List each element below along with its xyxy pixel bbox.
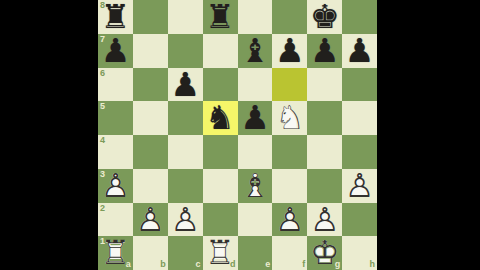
piece-glyph-outline: ♙ <box>272 203 307 237</box>
rank-label: 6 <box>100 69 105 78</box>
piece-black-knight[interactable]: ♞ <box>205 101 235 135</box>
piece-glyph-outline: ♙ <box>168 203 203 237</box>
piece-glyph-outline: ♖ <box>203 236 238 270</box>
letterbox-left <box>0 0 98 270</box>
piece-white-pawn[interactable]: ♟♙ <box>133 203 168 237</box>
file-label: b <box>160 260 166 269</box>
square-a8[interactable]: 8♜ <box>98 0 133 34</box>
piece-glyph-outline: ♙ <box>342 169 377 203</box>
square-a4[interactable]: 4 <box>98 135 133 169</box>
square-f4[interactable] <box>272 135 307 169</box>
rank-label: 7 <box>100 35 105 44</box>
square-e4[interactable] <box>238 135 273 169</box>
piece-black-pawn[interactable]: ♟ <box>275 34 305 68</box>
piece-glyph-outline: ♙ <box>133 203 168 237</box>
square-g6[interactable] <box>307 68 342 102</box>
square-b6[interactable] <box>133 68 168 102</box>
square-g1[interactable]: g♚♔ <box>307 236 342 270</box>
piece-black-rook[interactable]: ♜ <box>101 0 131 34</box>
square-a5[interactable]: 5 <box>98 101 133 135</box>
square-h3[interactable]: ♟♙ <box>342 169 377 203</box>
square-h2[interactable] <box>342 203 377 237</box>
square-e8[interactable] <box>238 0 273 34</box>
file-label: c <box>196 260 201 269</box>
square-e7[interactable]: ♝ <box>238 34 273 68</box>
piece-white-bishop[interactable]: ♝♗ <box>238 169 273 203</box>
square-h8[interactable] <box>342 0 377 34</box>
square-g2[interactable]: ♟♙ <box>307 203 342 237</box>
piece-white-pawn[interactable]: ♟♙ <box>98 169 133 203</box>
rank-label: 2 <box>100 204 105 213</box>
square-f8[interactable] <box>272 0 307 34</box>
square-c1[interactable]: c <box>168 236 203 270</box>
piece-glyph-outline: ♗ <box>238 169 273 203</box>
square-c6[interactable]: ♟ <box>168 68 203 102</box>
square-h6[interactable] <box>342 68 377 102</box>
square-a7[interactable]: 7♟ <box>98 34 133 68</box>
square-h1[interactable]: h <box>342 236 377 270</box>
square-c5[interactable] <box>168 101 203 135</box>
square-c3[interactable] <box>168 169 203 203</box>
square-c8[interactable] <box>168 0 203 34</box>
square-b7[interactable] <box>133 34 168 68</box>
square-f2[interactable]: ♟♙ <box>272 203 307 237</box>
chess-board: 8♜♜♚7♟♝♟♟♟6♟5♞♟♞♘43♟♙♝♗♟♙2♟♙♟♙♟♙♟♙1a♜♖bc… <box>98 0 377 270</box>
piece-black-bishop[interactable]: ♝ <box>240 34 270 68</box>
square-d8[interactable]: ♜ <box>203 0 238 34</box>
square-b5[interactable] <box>133 101 168 135</box>
square-h7[interactable]: ♟ <box>342 34 377 68</box>
piece-white-rook[interactable]: ♜♖ <box>98 236 133 270</box>
piece-black-pawn[interactable]: ♟ <box>240 101 270 135</box>
square-d7[interactable] <box>203 34 238 68</box>
square-g5[interactable] <box>307 101 342 135</box>
square-g4[interactable] <box>307 135 342 169</box>
square-d2[interactable] <box>203 203 238 237</box>
square-h4[interactable] <box>342 135 377 169</box>
rank-label: 5 <box>100 102 105 111</box>
file-label: f <box>302 260 305 269</box>
piece-white-knight[interactable]: ♞♘ <box>272 101 307 135</box>
square-a3[interactable]: 3♟♙ <box>98 169 133 203</box>
square-d6[interactable] <box>203 68 238 102</box>
square-f5[interactable]: ♞♘ <box>272 101 307 135</box>
square-e2[interactable] <box>238 203 273 237</box>
square-d5[interactable]: ♞ <box>203 101 238 135</box>
piece-white-pawn[interactable]: ♟♙ <box>342 169 377 203</box>
square-b4[interactable] <box>133 135 168 169</box>
piece-glyph-outline: ♙ <box>98 169 133 203</box>
square-g8[interactable]: ♚ <box>307 0 342 34</box>
square-a1[interactable]: 1a♜♖ <box>98 236 133 270</box>
piece-black-pawn[interactable]: ♟ <box>170 68 200 102</box>
piece-white-rook[interactable]: ♜♖ <box>203 236 238 270</box>
square-b3[interactable] <box>133 169 168 203</box>
piece-glyph-outline: ♘ <box>272 101 307 135</box>
square-f3[interactable] <box>272 169 307 203</box>
square-g7[interactable]: ♟ <box>307 34 342 68</box>
video-frame: 8♜♜♚7♟♝♟♟♟6♟5♞♟♞♘43♟♙♝♗♟♙2♟♙♟♙♟♙♟♙1a♜♖bc… <box>0 0 480 270</box>
square-f6[interactable] <box>272 68 307 102</box>
piece-glyph-outline: ♔ <box>307 236 342 270</box>
piece-black-king[interactable]: ♚ <box>310 0 340 34</box>
piece-white-pawn[interactable]: ♟♙ <box>307 203 342 237</box>
letterbox-right <box>377 0 480 270</box>
square-d3[interactable] <box>203 169 238 203</box>
square-e5[interactable]: ♟ <box>238 101 273 135</box>
square-d1[interactable]: d♜♖ <box>203 236 238 270</box>
square-d4[interactable] <box>203 135 238 169</box>
square-g3[interactable] <box>307 169 342 203</box>
piece-black-pawn[interactable]: ♟ <box>101 34 131 68</box>
piece-glyph-outline: ♖ <box>98 236 133 270</box>
square-a6[interactable]: 6 <box>98 68 133 102</box>
file-label: h <box>370 260 376 269</box>
piece-black-pawn[interactable]: ♟ <box>310 34 340 68</box>
piece-black-pawn[interactable]: ♟ <box>345 34 375 68</box>
rank-label: 8 <box>100 1 105 10</box>
rank-label: 4 <box>100 136 105 145</box>
square-h5[interactable] <box>342 101 377 135</box>
square-e1[interactable]: e <box>238 236 273 270</box>
square-e6[interactable] <box>238 68 273 102</box>
piece-white-king[interactable]: ♚♔ <box>307 236 342 270</box>
square-b2[interactable]: ♟♙ <box>133 203 168 237</box>
piece-white-pawn[interactable]: ♟♙ <box>272 203 307 237</box>
square-e3[interactable]: ♝♗ <box>238 169 273 203</box>
square-c4[interactable] <box>168 135 203 169</box>
square-b1[interactable]: b <box>133 236 168 270</box>
piece-white-pawn[interactable]: ♟♙ <box>168 203 203 237</box>
square-c7[interactable] <box>168 34 203 68</box>
file-label: e <box>265 260 270 269</box>
piece-black-rook[interactable]: ♜ <box>205 0 235 34</box>
square-b8[interactable] <box>133 0 168 34</box>
piece-glyph-outline: ♙ <box>307 203 342 237</box>
square-c2[interactable]: ♟♙ <box>168 203 203 237</box>
square-a2[interactable]: 2 <box>98 203 133 237</box>
square-f7[interactable]: ♟ <box>272 34 307 68</box>
square-f1[interactable]: f <box>272 236 307 270</box>
